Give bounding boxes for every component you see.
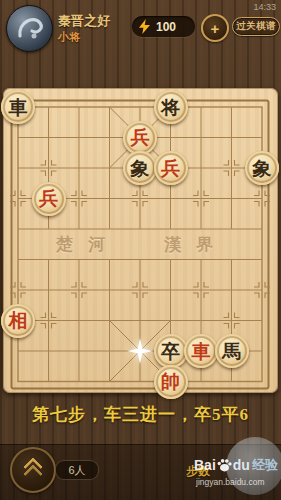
- baidu-paw-icon: [217, 458, 232, 472]
- river-label-chu: 楚河: [56, 233, 120, 256]
- piece-black-馬[interactable]: 馬: [215, 334, 249, 368]
- app-screen: 秦晋之好 小将 14:33 100 + 过关棋谱 楚河 漢界 車将兵象兵象兵相卒…: [0, 0, 281, 500]
- watermark-text: du: [233, 457, 250, 473]
- player-rank: 小将: [58, 30, 80, 45]
- piece-red-車[interactable]: 車: [184, 334, 218, 368]
- energy-counter[interactable]: 100: [132, 16, 195, 37]
- piece-red-帥[interactable]: 帥: [154, 365, 188, 399]
- lightning-icon: [139, 19, 150, 34]
- piece-black-象[interactable]: 象: [245, 151, 279, 185]
- move-annotation: 第七步，车三进一，卒5平6: [0, 403, 281, 426]
- watermark-text: Bai: [194, 457, 216, 473]
- system-time: 14:33: [253, 2, 276, 12]
- add-energy-button[interactable]: +: [201, 14, 229, 42]
- piece-black-車[interactable]: 車: [1, 90, 35, 124]
- watermark-text-cn: 经验: [252, 456, 278, 474]
- watermark-brand: Bai du 经验: [194, 456, 278, 474]
- piece-black-将[interactable]: 将: [154, 90, 188, 124]
- players-count: 6人: [55, 460, 99, 480]
- piece-red-兵[interactable]: 兵: [32, 182, 66, 216]
- expand-menu-button[interactable]: [10, 447, 56, 493]
- watermark-url: jingyan.baidu.com: [196, 477, 265, 487]
- piece-red-兵[interactable]: 兵: [123, 121, 157, 155]
- player-name: 秦晋之好: [58, 12, 110, 30]
- player-avatar[interactable]: [6, 5, 53, 52]
- avatar-art-icon: [7, 6, 52, 51]
- piece-black-象[interactable]: 象: [123, 151, 157, 185]
- river-label-han: 漢界: [164, 233, 228, 256]
- puzzle-records-button[interactable]: 过关棋谱: [232, 17, 280, 36]
- piece-black-卒[interactable]: 卒: [154, 334, 188, 368]
- piece-red-相[interactable]: 相: [1, 304, 35, 338]
- energy-value: 100: [156, 20, 176, 34]
- piece-red-兵[interactable]: 兵: [154, 151, 188, 185]
